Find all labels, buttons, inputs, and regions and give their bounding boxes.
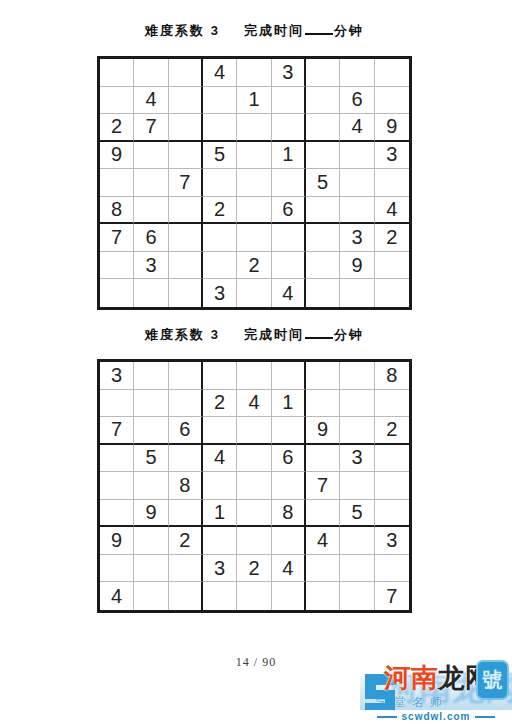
sudoku-cell-r4c1 — [100, 445, 134, 473]
sudoku-cell-r8c1 — [100, 252, 134, 280]
sudoku-cell-r6c9 — [375, 500, 409, 528]
puzzle-1-time-blank — [305, 22, 333, 35]
sudoku-cell-r5c8 — [340, 472, 374, 500]
sudoku-cell-r7c6 — [272, 224, 306, 252]
sudoku-cell-r2c2 — [134, 390, 168, 418]
sudoku-cell-r4c7 — [306, 445, 340, 473]
sudoku-cell-r2c3 — [169, 390, 203, 418]
sudoku-cell-r5c9 — [375, 472, 409, 500]
sudoku-cell-r1c5 — [237, 362, 271, 390]
sudoku-cell-r8c1 — [100, 555, 134, 583]
sudoku-cell-r9c1: 4 — [100, 582, 134, 610]
sudoku-cell-r8c5: 2 — [237, 252, 271, 280]
sudoku-cell-r3c3: 6 — [169, 417, 203, 445]
sudoku-cell-r9c6 — [272, 582, 306, 610]
sudoku-cell-r8c4: 3 — [203, 555, 237, 583]
sudoku-cell-r5c8 — [340, 169, 374, 197]
sudoku-cell-r3c9: 9 — [375, 114, 409, 142]
sudoku-cell-r7c4 — [203, 527, 237, 555]
sudoku-cell-r6c2 — [134, 197, 168, 225]
sudoku-cell-r6c6: 6 — [272, 197, 306, 225]
sudoku-cell-r5c1 — [100, 472, 134, 500]
sudoku-cell-r9c5 — [237, 279, 271, 307]
puzzle-2-difficulty-label: 难度系数 3 — [145, 327, 220, 342]
sudoku-cell-r9c7 — [306, 279, 340, 307]
sudoku-cell-r3c1: 2 — [100, 114, 134, 142]
sudoku-cell-r7c5 — [237, 224, 271, 252]
sudoku-cell-r4c1: 9 — [100, 142, 134, 170]
sudoku-cell-r6c5 — [237, 197, 271, 225]
sudoku-cell-r5c1 — [100, 169, 134, 197]
sudoku-cell-r7c9: 3 — [375, 527, 409, 555]
watermark-seal-badge: 號 — [476, 660, 509, 700]
sudoku-cell-r8c6 — [272, 252, 306, 280]
sudoku-cell-r1c3 — [169, 59, 203, 87]
sudoku-cell-r6c1 — [100, 500, 134, 528]
sudoku-cell-r9c4: 3 — [203, 279, 237, 307]
watermark-seal-glyph: 號 — [483, 667, 503, 694]
sudoku-cell-r5c3: 7 — [169, 169, 203, 197]
sudoku-cell-r1c6: 3 — [272, 59, 306, 87]
sudoku-worksheet-page: 难度系数 3完成时间分钟 434162749951375826476323293… — [0, 0, 512, 724]
sudoku-cell-r9c6: 4 — [272, 279, 306, 307]
sudoku-cell-r2c6: 1 — [272, 390, 306, 418]
sudoku-cell-r6c3 — [169, 500, 203, 528]
puzzle-2-time-unit: 分钟 — [334, 327, 364, 342]
sudoku-cell-r4c7 — [306, 142, 340, 170]
sudoku-cell-r9c8 — [340, 582, 374, 610]
sudoku-cell-r1c6 — [272, 362, 306, 390]
sudoku-cell-r1c5 — [237, 59, 271, 87]
sudoku-cell-r2c3 — [169, 87, 203, 115]
sudoku-cell-r9c4 — [203, 582, 237, 610]
sudoku-cell-r5c6 — [272, 472, 306, 500]
watermark-brand-red: 河南 — [384, 663, 438, 693]
sudoku-cell-r5c4 — [203, 472, 237, 500]
dash-line — [377, 716, 397, 718]
sudoku-cell-r1c9: 8 — [375, 362, 409, 390]
puzzle-1-difficulty-label: 难度系数 3 — [145, 23, 220, 38]
sudoku-cell-r7c3 — [169, 224, 203, 252]
sudoku-cell-r2c4: 2 — [203, 390, 237, 418]
sudoku-cell-r8c8: 9 — [340, 252, 374, 280]
sudoku-cell-r9c2 — [134, 279, 168, 307]
watermark-url: scwdwl.com — [402, 711, 471, 722]
sudoku-cell-r2c5: 1 — [237, 87, 271, 115]
sudoku-cell-r8c8 — [340, 555, 374, 583]
sudoku-cell-r5c9 — [375, 169, 409, 197]
sudoku-cell-r2c1 — [100, 87, 134, 115]
sudoku-cell-r5c5 — [237, 169, 271, 197]
sudoku-cell-r4c3 — [169, 445, 203, 473]
sudoku-cell-r8c6: 4 — [272, 555, 306, 583]
sudoku-cell-r2c1 — [100, 390, 134, 418]
sudoku-cell-r4c2: 5 — [134, 445, 168, 473]
sudoku-cell-r5c2 — [134, 472, 168, 500]
sudoku-cell-r7c8 — [340, 527, 374, 555]
sudoku-cell-r2c9 — [375, 390, 409, 418]
sudoku-cell-r1c7 — [306, 59, 340, 87]
sudoku-cell-r2c7 — [306, 87, 340, 115]
puzzle-1-time-unit: 分钟 — [334, 23, 364, 38]
sudoku-cell-r1c1 — [100, 59, 134, 87]
sudoku-cell-r3c4 — [203, 417, 237, 445]
sudoku-cell-r2c4 — [203, 87, 237, 115]
sudoku-cell-r6c1: 8 — [100, 197, 134, 225]
sudoku-cell-r4c8: 3 — [340, 445, 374, 473]
sudoku-cell-r7c6 — [272, 527, 306, 555]
sudoku-cell-r2c5: 4 — [237, 390, 271, 418]
sudoku-cell-r6c8: 5 — [340, 500, 374, 528]
sudoku-cell-r1c2 — [134, 59, 168, 87]
sudoku-grid-2: 3824176925463879185924332447 — [97, 359, 412, 613]
sudoku-cell-r9c9 — [375, 279, 409, 307]
sudoku-cell-r3c8 — [340, 417, 374, 445]
sudoku-cell-r9c1 — [100, 279, 134, 307]
puzzle-1-time-label: 完成时间 — [244, 23, 304, 38]
sudoku-cell-r7c7 — [306, 224, 340, 252]
sudoku-cell-r3c6 — [272, 417, 306, 445]
sudoku-cell-r4c3 — [169, 142, 203, 170]
sudoku-cell-r9c3 — [169, 582, 203, 610]
sudoku-cell-r7c8: 3 — [340, 224, 374, 252]
sudoku-cell-r2c6 — [272, 87, 306, 115]
sudoku-cell-r4c6: 6 — [272, 445, 306, 473]
sudoku-cell-r3c7 — [306, 114, 340, 142]
sudoku-cell-r3c8: 4 — [340, 114, 374, 142]
sudoku-cell-r2c9 — [375, 87, 409, 115]
puzzle-2-time-label: 完成时间 — [244, 327, 304, 342]
sudoku-cell-r8c3 — [169, 252, 203, 280]
puzzle-1-title: 难度系数 3完成时间分钟 — [97, 22, 412, 40]
sudoku-cell-r4c6: 1 — [272, 142, 306, 170]
sudoku-cell-r2c8 — [340, 390, 374, 418]
sudoku-cell-r9c3 — [169, 279, 203, 307]
puzzle-2-time-blank — [305, 326, 333, 339]
sudoku-cell-r1c4 — [203, 362, 237, 390]
sudoku-cell-r3c7: 9 — [306, 417, 340, 445]
sudoku-cell-r3c3 — [169, 114, 203, 142]
sudoku-cell-r7c7: 4 — [306, 527, 340, 555]
sudoku-cell-r1c4: 4 — [203, 59, 237, 87]
sudoku-cell-r6c4: 1 — [203, 500, 237, 528]
sudoku-cell-r6c4: 2 — [203, 197, 237, 225]
sudoku-cell-r7c2: 6 — [134, 224, 168, 252]
watermark-url-row: scwdwl.com — [360, 710, 512, 723]
sudoku-cell-r7c1: 7 — [100, 224, 134, 252]
sudoku-cell-r7c5 — [237, 527, 271, 555]
sudoku-cell-r7c4 — [203, 224, 237, 252]
sudoku-cell-r9c9: 7 — [375, 582, 409, 610]
sudoku-cell-r8c5: 2 — [237, 555, 271, 583]
sudoku-cell-r9c5 — [237, 582, 271, 610]
sudoku-cell-r4c8 — [340, 142, 374, 170]
sudoku-cell-r1c8 — [340, 59, 374, 87]
sudoku-cell-r3c1: 7 — [100, 417, 134, 445]
sudoku-cell-r5c7: 5 — [306, 169, 340, 197]
sudoku-cell-r3c2 — [134, 417, 168, 445]
sudoku-cell-r3c4 — [203, 114, 237, 142]
sudoku-cell-r9c2 — [134, 582, 168, 610]
sudoku-cell-r6c3 — [169, 197, 203, 225]
sudoku-cell-r4c5 — [237, 142, 271, 170]
sudoku-cell-r6c8 — [340, 197, 374, 225]
sudoku-cell-r6c2: 9 — [134, 500, 168, 528]
sudoku-cell-r8c2 — [134, 555, 168, 583]
sudoku-cell-r3c5 — [237, 417, 271, 445]
sudoku-cell-r1c9 — [375, 59, 409, 87]
sudoku-cell-r3c9: 2 — [375, 417, 409, 445]
sudoku-cell-r8c7 — [306, 555, 340, 583]
sudoku-cell-r7c9: 2 — [375, 224, 409, 252]
sudoku-cell-r4c5 — [237, 445, 271, 473]
sudoku-cell-r6c9: 4 — [375, 197, 409, 225]
sudoku-cell-r9c8 — [340, 279, 374, 307]
sudoku-cell-r5c4 — [203, 169, 237, 197]
sudoku-cell-r2c8: 6 — [340, 87, 374, 115]
sudoku-cell-r1c1: 3 — [100, 362, 134, 390]
sudoku-cell-r7c1: 9 — [100, 527, 134, 555]
sudoku-cell-r5c6 — [272, 169, 306, 197]
sudoku-cell-r9c7 — [306, 582, 340, 610]
sudoku-cell-r8c3 — [169, 555, 203, 583]
sudoku-cell-r5c7: 7 — [306, 472, 340, 500]
sudoku-cell-r5c2 — [134, 169, 168, 197]
dash-line — [475, 716, 495, 718]
sudoku-cell-r4c4: 4 — [203, 445, 237, 473]
sudoku-cell-r2c7 — [306, 390, 340, 418]
sudoku-cell-r5c5 — [237, 472, 271, 500]
sudoku-cell-r1c7 — [306, 362, 340, 390]
sudoku-cell-r3c6 — [272, 114, 306, 142]
sudoku-cell-r4c9: 3 — [375, 142, 409, 170]
sudoku-cell-r1c8 — [340, 362, 374, 390]
sudoku-cell-r8c7 — [306, 252, 340, 280]
sudoku-cell-r3c5 — [237, 114, 271, 142]
sudoku-cell-r6c6: 8 — [272, 500, 306, 528]
sudoku-grid-1: 4341627499513758264763232934 — [97, 56, 412, 310]
sudoku-cell-r1c2 — [134, 362, 168, 390]
sudoku-cell-r1c3 — [169, 362, 203, 390]
sudoku-cell-r8c4 — [203, 252, 237, 280]
sudoku-cell-r8c9 — [375, 555, 409, 583]
sudoku-cell-r4c2 — [134, 142, 168, 170]
site-watermark: 河南龙网 河南龙网 號 学堂名师 scwdwl.com — [360, 654, 512, 724]
sudoku-cell-r6c5 — [237, 500, 271, 528]
puzzle-2-title: 难度系数 3完成时间分钟 — [97, 326, 412, 344]
sudoku-cell-r7c3: 2 — [169, 527, 203, 555]
sudoku-cell-r7c2 — [134, 527, 168, 555]
watermark-tagline: 学堂名师 — [376, 694, 448, 711]
sudoku-cell-r6c7 — [306, 500, 340, 528]
sudoku-cell-r4c9 — [375, 445, 409, 473]
sudoku-cell-r8c2: 3 — [134, 252, 168, 280]
sudoku-cell-r6c7 — [306, 197, 340, 225]
sudoku-cell-r4c4: 5 — [203, 142, 237, 170]
sudoku-cell-r3c2: 7 — [134, 114, 168, 142]
sudoku-cell-r5c3: 8 — [169, 472, 203, 500]
sudoku-cell-r2c2: 4 — [134, 87, 168, 115]
sudoku-cell-r8c9 — [375, 252, 409, 280]
